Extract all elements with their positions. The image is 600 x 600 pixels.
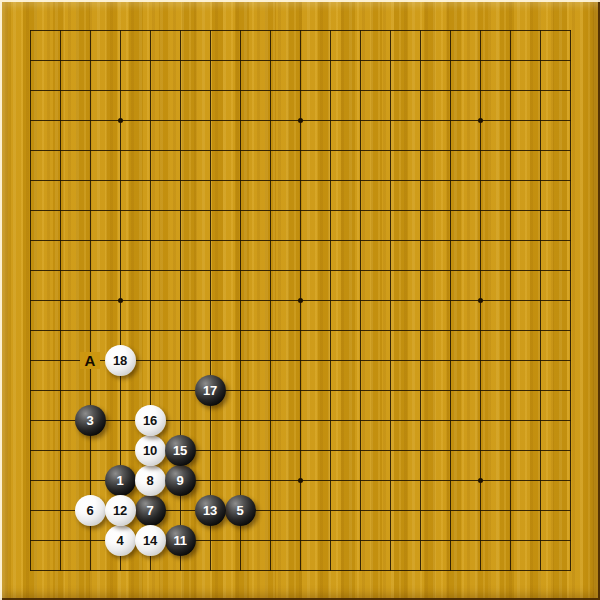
labels-layer: A (0, 0, 600, 600)
board-label-A: A (80, 352, 100, 369)
goban: 13456789101112131415161718 A (0, 0, 600, 600)
